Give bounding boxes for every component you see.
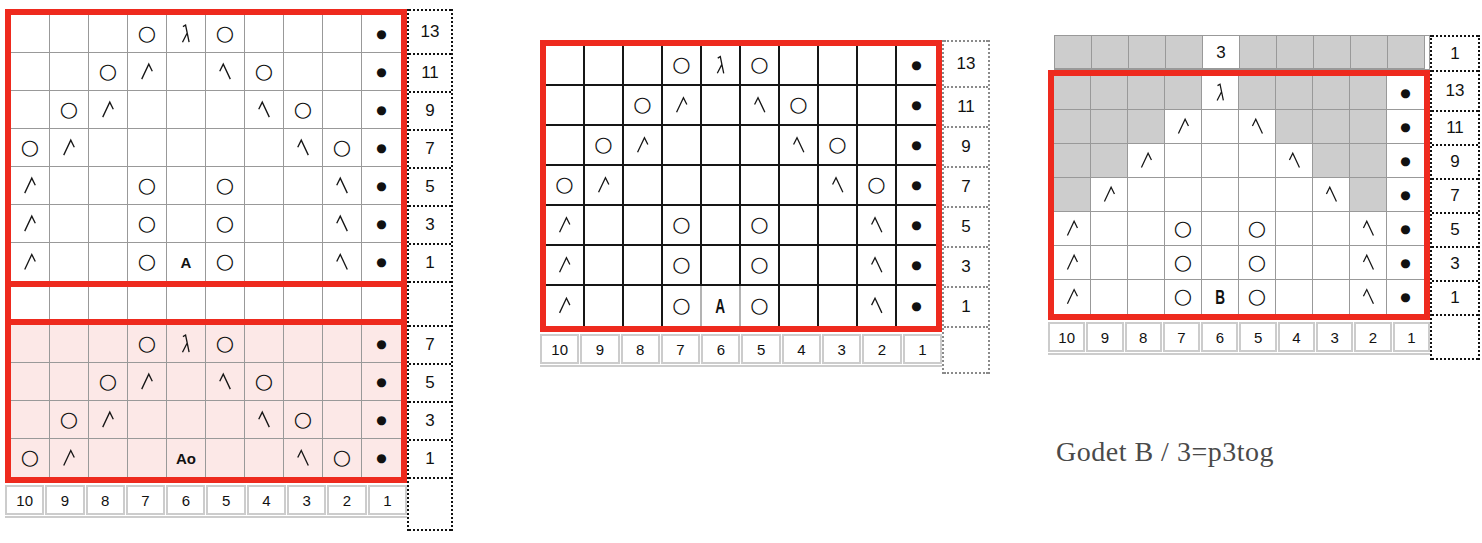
chart-cell: ● [362,325,401,363]
chart-cell [1054,110,1091,144]
yarn-over-symbol: ○ [1248,286,1266,307]
chart-cell [1054,280,1091,314]
chart-cell [663,166,702,206]
chart-cell: ○ [323,129,362,167]
purl-symbol: ● [376,218,386,230]
chart-cell [1128,246,1165,280]
chart-row: ○○● [11,325,401,363]
k2tog-symbol [19,250,41,274]
yarn-over-symbol: ○ [750,254,768,275]
chart-caption: Godet B / 3=p3tog [1056,436,1274,468]
chart-row: ○A○● [11,243,401,281]
chart-cell [1054,212,1091,246]
chart-cell: ● [897,206,936,246]
chart-row: ○○● [11,401,401,439]
chart-cell [585,46,624,86]
chart-cell [167,91,206,129]
chart-cell [1165,178,1202,212]
chart-cell [50,243,89,281]
chart-cell [1091,76,1128,110]
yarn-over-symbol: ○ [138,213,156,234]
chart-row: ○○● [546,46,936,86]
chart-cell [323,53,362,91]
chart-cell [1202,110,1239,144]
purl-symbol: ● [376,104,386,116]
purl-symbol: ● [1400,223,1410,235]
chart-cell [128,53,167,91]
column-label: 5 [206,485,245,515]
chart-cell [819,46,858,86]
chart-cell [624,126,663,166]
chart-cell [624,206,663,246]
chart-cell [780,206,819,246]
column-label: 4 [1278,322,1315,352]
yarn-over-symbol: ○ [99,61,117,82]
chart-cell [1350,246,1387,280]
row-number: 3 [944,246,988,286]
purl-symbol: ● [376,414,386,426]
chart-cell: ○ [206,243,245,281]
chart-row: ○○● [1054,212,1424,246]
chart-cell [50,205,89,243]
column-label: 3 [287,485,326,515]
chart-cell [245,205,284,243]
k2tog-symbol [554,293,575,319]
yarn-over-symbol: ○ [216,175,234,196]
chart-cell [1239,76,1276,110]
chart-cell [819,166,858,206]
chart-cell: ● [897,86,936,126]
chart-cell [1276,144,1313,178]
chart-cell: ● [362,167,401,205]
chart-cell: ○ [89,53,128,91]
chart-cell [206,53,245,91]
chart-cell [1165,110,1202,144]
chart-cell [1091,280,1128,314]
chart-cell [89,129,128,167]
column-label: 7 [661,334,700,364]
chart-cell [50,287,89,319]
yarn-over-symbol: ○ [255,61,273,82]
chart-cell [245,401,284,439]
k2tog-symbol [554,213,575,237]
chart-row: ● [1054,178,1424,212]
chart-cell [128,439,167,477]
letter-a-marker: A [716,296,726,316]
chart-row: ● [1054,110,1424,144]
chart-cell [858,246,897,286]
chart-cell [1055,36,1092,69]
purl-symbol: ● [1400,121,1410,133]
chart-cell: ○ [206,325,245,363]
chart-cell [702,246,741,286]
chart-cell [89,401,128,439]
yarn-over-symbol: ○ [138,333,156,354]
k2tog-symbol [1136,150,1157,171]
column-label: 1 [1393,322,1430,352]
column-labels-row: 10987654321 [540,334,942,367]
row-number: 3 [409,205,451,243]
row-number: 1 [1432,35,1478,70]
chart-row: ○○● [546,246,936,286]
yarn-over-symbol: ○ [750,54,768,75]
purl-symbol: ● [1400,291,1410,303]
sk2p-symbol [175,332,197,356]
chart-cell [323,15,362,53]
knitting-charts-canvas: Godet B / 3=p3tog ○○●○○●○○●○○●○○●○○●○A○●… [0,0,1482,543]
column-label: 5 [1239,322,1276,352]
chart-cell [858,206,897,246]
chart-cell [1314,36,1351,69]
repeat-red-box: ●●●●○○●○○●○B○● [1048,70,1430,320]
yarn-over-symbol: ○ [216,23,234,44]
row-number: 13 [409,9,451,53]
ssk-symbol [253,408,275,432]
purl-symbol: ● [911,59,921,71]
repeat-red-box: ○○●○○●○○●○○●○○●○○●○A○●○○●○○●○○●○Ao○● [5,9,407,483]
chart-row: ● [1054,144,1424,178]
yarn-over-symbol: ○ [21,447,39,468]
chart-cell: ● [897,286,936,326]
chart-cell [89,325,128,363]
chart-cell [1276,246,1313,280]
k2tog-symbol [1062,252,1083,273]
chart-grid-column: ○○●○○●○○●○○●○○●○○●○A○●10987654321 [540,40,942,367]
ssk-symbol [292,446,314,470]
chart-cell: ○ [585,126,624,166]
chart-cell [206,129,245,167]
yarn-over-symbol: ○ [1248,218,1266,239]
yarn-over-symbol: ○ [828,134,846,155]
chart-cell: ● [897,46,936,86]
chart-cell [362,287,401,319]
chart-row: ○○● [11,53,401,91]
chart-cell [1276,178,1313,212]
chart-cell [1350,76,1387,110]
chart-cell [1350,110,1387,144]
chart-cell [780,286,819,326]
chart-cell [780,126,819,166]
chart-cell [1350,144,1387,178]
chart-cell [741,166,780,206]
chart-cell: ● [362,363,401,401]
spacer-row [11,287,401,319]
chart-cell [1054,76,1091,110]
ssk-symbol [214,60,236,84]
purl-symbol: ● [1400,257,1410,269]
chart-cell [1128,76,1165,110]
purl-symbol: ● [911,300,921,312]
k2tog-symbol [1173,116,1194,137]
chart-cell: ○ [128,167,167,205]
purl-symbol: ● [911,219,921,231]
chart-cell [702,206,741,246]
chart-cell [858,286,897,326]
chart-cell [1276,280,1313,314]
row-number: 3 [1432,246,1478,280]
row-number: 7 [409,325,451,363]
chart-row: ○○● [546,126,936,166]
chart-cell [323,91,362,129]
row-numbers-column: 131197531 [942,40,990,374]
chart-cell [323,167,362,205]
chart-cell [167,325,206,363]
chart-cell [11,287,50,319]
yarn-over-symbol: ○ [60,409,78,430]
row-number: 11 [944,86,988,126]
chart-cell: Ao [167,439,206,477]
purl-symbol: ● [376,142,386,154]
chart-cell: ○ [741,286,780,326]
chart-cell [167,15,206,53]
chart-cell: ○ [128,243,167,281]
chart-cell [1202,178,1239,212]
chart-cell [1388,36,1425,69]
chart-left: ○○●○○●○○●○○●○○●○○●○A○●○○●○○●○○●○Ao○●1098… [5,9,453,531]
yarn-over-symbol: ○ [138,175,156,196]
ssk-symbol [866,253,887,277]
chart-cell: ● [897,126,936,166]
row-number: 7 [944,166,988,206]
chart-cell [1313,212,1350,246]
letter-a-marker: A [181,255,192,270]
yarn-over-symbol: ○ [867,174,885,195]
chart-cell [167,53,206,91]
row-number: 5 [944,206,988,246]
yarn-over-symbol: ○ [333,447,351,468]
chart-cell: ● [362,243,401,281]
chart-cell [89,15,128,53]
chart-row: ○○● [546,206,936,246]
chart-cell [50,439,89,477]
yarn-over-symbol: ○ [750,214,768,235]
chart-row: ● [1054,76,1424,110]
chart-cell: ○ [206,205,245,243]
column-label: 9 [580,334,619,364]
column-label: 9 [1086,322,1123,352]
chart-cell [1128,178,1165,212]
chart-row: ○○● [11,15,401,53]
chart-cell: ● [362,129,401,167]
row-numbers-column: 1311975317531 [407,9,453,531]
column-labels-row: 10987654321 [1048,322,1430,355]
chart-cell [1092,36,1129,69]
row-number: 5 [409,167,451,205]
sk2p-symbol [175,22,197,46]
column-label: 10 [5,485,44,515]
row-number: 9 [409,91,451,129]
yarn-over-symbol: ○ [789,94,807,115]
chart-cell [624,166,663,206]
yarn-over-symbol: ○ [216,213,234,234]
k2tog-symbol [97,98,119,122]
k2tog-symbol [593,173,614,197]
column-label: 6 [701,334,740,364]
k2tog-symbol [136,370,158,394]
chart-cell: ○ [663,286,702,326]
chart-row: ○○● [546,86,936,126]
ssk-symbol [214,370,236,394]
chart-cell: ● [897,166,936,206]
chart-cell [1350,178,1387,212]
chart-cell [245,439,284,477]
chart-cell [702,166,741,206]
row-number: 11 [1432,110,1478,144]
chart-cell [1166,36,1203,69]
chart-cell: ○ [206,15,245,53]
chart-cell [323,325,362,363]
chart-cell: ● [362,205,401,243]
chart-cell: ● [1387,280,1424,314]
chart-cell: ○ [50,91,89,129]
chart-cell [323,363,362,401]
chart-cell [89,167,128,205]
chart-cell [323,401,362,439]
chart-cell [546,86,585,126]
k2tog-symbol [554,253,575,277]
chart-cell: ○ [663,206,702,246]
ssk-symbol [1358,286,1379,308]
chart-cell [50,129,89,167]
chart-cell [780,46,819,86]
chart-cell [1129,36,1166,69]
yarn-over-symbol: ○ [216,333,234,354]
chart-cell [741,86,780,126]
chart-cell [245,167,284,205]
chart-cell [167,363,206,401]
chart-cell [1165,144,1202,178]
chart-row: ○Ao○● [11,439,401,477]
ssk-symbol [1284,150,1305,171]
chart-cell: ● [362,53,401,91]
chart-cell: ○ [1165,212,1202,246]
chart-cell [50,15,89,53]
yarn-over-symbol: ○ [138,23,156,44]
chart-cell [11,205,50,243]
chart-right: 3●●●●○○●○○●○B○●109876543211131197531 [1048,35,1480,360]
yarn-over-symbol: ○ [216,251,234,272]
chart-cell [284,439,323,477]
chart-cell: ○ [284,401,323,439]
chart-cell [284,243,323,281]
column-label: 6 [166,485,205,515]
chart-cell [624,246,663,286]
ssk-symbol [331,250,353,274]
chart-row: ○○● [11,167,401,205]
k2tog-symbol [19,174,41,198]
purl-symbol: ● [376,28,386,40]
chart-cell [11,243,50,281]
yarn-over-symbol: ○ [672,214,690,235]
chart-cell [546,286,585,326]
chart-cell [89,287,128,319]
chart-cell [284,15,323,53]
chart-cell [1091,144,1128,178]
chart-cell: ○ [663,246,702,286]
row-numbers-column: 1131197531 [1430,35,1480,360]
row-number: 9 [944,126,988,166]
column-labels-row: 10987654321 [5,485,407,518]
chart-cell [11,401,50,439]
chart-cell [819,286,858,326]
chart-cell [11,53,50,91]
yarn-over-symbol: ○ [1248,252,1266,273]
k2tog-symbol [19,212,41,236]
yarn-over-symbol: ○ [1174,252,1192,273]
chart-cell [11,15,50,53]
chart-cell [1091,246,1128,280]
purl-symbol: ● [911,259,921,271]
row-number: 13 [944,40,988,86]
sk2p-symbol [710,53,731,77]
chart-cell [206,287,245,319]
chart-cell [1128,280,1165,314]
chart-cell [858,46,897,86]
chart-cell [624,46,663,86]
chart-grid-column: 3●●●●○○●○○●○B○●10987654321 [1048,35,1430,355]
yarn-over-symbol: ○ [294,99,312,120]
ssk-symbol [1247,116,1268,137]
chart-grid-column: ○○●○○●○○●○○●○○●○○●○A○●○○●○○●○○●○Ao○●1098… [5,9,407,518]
column-label: 8 [621,334,660,364]
chart-cell [167,205,206,243]
k2tog-symbol [1062,286,1083,308]
chart-cell [245,325,284,363]
column-label: 4 [782,334,821,364]
chart-cell [1128,110,1165,144]
column-label: 2 [862,334,901,364]
row-number: 7 [409,129,451,167]
yarn-over-symbol: ○ [594,134,612,155]
chart-cell [1276,76,1313,110]
chart-cell [1054,144,1091,178]
chart-cell [206,401,245,439]
row-number [409,477,451,531]
top-row-outside-repeat: 3 [1054,35,1430,70]
chart-cell [245,243,284,281]
k2tog-symbol [136,60,158,84]
chart-cell [780,166,819,206]
column-label: 7 [126,485,165,515]
k2tog-symbol [632,133,653,157]
row-number: 1 [944,286,988,326]
chart-cell: ● [1387,76,1424,110]
column-label: 10 [540,334,579,364]
chart-cell [1128,144,1165,178]
chart-cell [780,246,819,286]
chart-cell: ○ [741,246,780,286]
chart-cell [702,46,741,86]
chart-cell [89,205,128,243]
yarn-over-symbol: ○ [1174,218,1192,239]
chart-cell [1276,110,1313,144]
chart-cell [702,126,741,166]
ssk-symbol [1358,252,1379,273]
chart-cell [546,46,585,86]
chart-row: ○○● [546,166,936,206]
chart-cell [1240,36,1277,69]
ssk-symbol [331,212,353,236]
chart-cell [1313,280,1350,314]
row-number: 1 [409,439,451,477]
chart-cell [585,206,624,246]
column-label: 8 [86,485,125,515]
chart-cell: ● [1387,110,1424,144]
chart-cell: ○ [245,53,284,91]
chart-cell [284,53,323,91]
chart-cell [89,91,128,129]
purl-symbol: ● [1400,155,1410,167]
